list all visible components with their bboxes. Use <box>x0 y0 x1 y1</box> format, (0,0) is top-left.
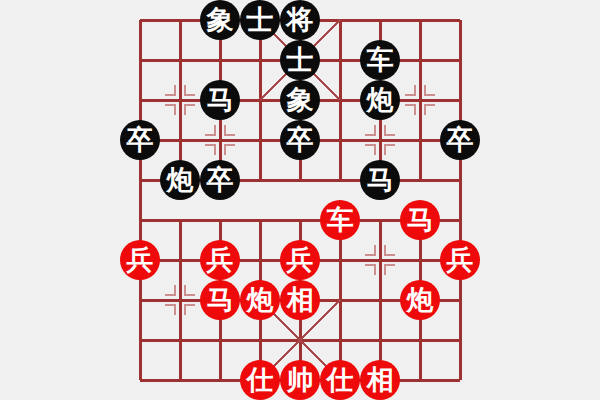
board-point: 相 <box>280 280 320 320</box>
board-point <box>160 80 200 120</box>
piece-red-general[interactable]: 帅 <box>280 360 320 400</box>
board-point: 仕 <box>240 360 280 400</box>
board-point <box>120 200 160 240</box>
board-point <box>440 320 480 360</box>
board-point: 兵 <box>120 240 160 280</box>
board-point <box>200 120 240 160</box>
piece-black-general[interactable]: 将 <box>280 0 320 40</box>
board-point <box>360 0 400 40</box>
board-point: 炮 <box>160 160 200 200</box>
piece-black-cannon[interactable]: 炮 <box>160 160 200 200</box>
piece-black-horse[interactable]: 马 <box>360 160 400 200</box>
piece-black-advisor[interactable]: 士 <box>280 40 320 80</box>
board-point <box>240 120 280 160</box>
board-point <box>240 160 280 200</box>
board-point <box>440 0 480 40</box>
board-point <box>320 0 360 40</box>
board-point <box>360 280 400 320</box>
board-point <box>400 120 440 160</box>
board-point <box>160 240 200 280</box>
piece-black-pawn[interactable]: 卒 <box>120 120 160 160</box>
board-point <box>160 120 200 160</box>
board-point: 象 <box>280 80 320 120</box>
board-point: 士 <box>280 40 320 80</box>
board-point <box>360 200 400 240</box>
board-point: 兵 <box>280 240 320 280</box>
board-point <box>440 40 480 80</box>
piece-black-pawn[interactable]: 卒 <box>440 120 480 160</box>
board-point <box>320 240 360 280</box>
board-point: 马 <box>200 280 240 320</box>
board-point <box>280 200 320 240</box>
piece-black-pawn[interactable]: 卒 <box>200 160 240 200</box>
piece-red-pawn[interactable]: 兵 <box>120 240 160 280</box>
piece-red-horse[interactable]: 马 <box>200 280 240 320</box>
piece-red-pawn[interactable]: 兵 <box>280 240 320 280</box>
board-point: 马 <box>400 200 440 240</box>
piece-black-advisor[interactable]: 士 <box>240 0 280 40</box>
board-point: 卒 <box>440 120 480 160</box>
board-point: 炮 <box>360 80 400 120</box>
board-point <box>200 360 240 400</box>
board-point <box>400 240 440 280</box>
board-point <box>440 360 480 400</box>
board-point <box>400 320 440 360</box>
board-point: 兵 <box>200 240 240 280</box>
board-point <box>160 0 200 40</box>
board-point <box>120 280 160 320</box>
board-point <box>280 160 320 200</box>
board-point: 帅 <box>280 360 320 400</box>
piece-red-rook[interactable]: 车 <box>320 200 360 240</box>
board-point: 将 <box>280 0 320 40</box>
board-point: 马 <box>360 160 400 200</box>
piece-red-elephant[interactable]: 相 <box>280 280 320 320</box>
piece-red-cannon[interactable]: 炮 <box>240 280 280 320</box>
board-point <box>120 320 160 360</box>
board-point <box>440 200 480 240</box>
board-point: 炮 <box>240 280 280 320</box>
board-point <box>280 320 320 360</box>
piece-red-cannon[interactable]: 炮 <box>400 280 440 320</box>
board-point: 兵 <box>440 240 480 280</box>
board-point: 卒 <box>200 160 240 200</box>
piece-black-rook[interactable]: 车 <box>360 40 400 80</box>
board-point: 士 <box>240 0 280 40</box>
xiangqi-board-grid: 象士将士车马象炮卒卒卒炮卒马车马兵兵兵兵马炮相炮仕帅仕相 <box>120 0 480 400</box>
board-point <box>120 80 160 120</box>
board-point <box>120 160 160 200</box>
board-point <box>400 0 440 40</box>
board-point <box>160 40 200 80</box>
board-point <box>160 360 200 400</box>
board-point <box>400 160 440 200</box>
piece-red-advisor[interactable]: 仕 <box>240 360 280 400</box>
piece-red-pawn[interactable]: 兵 <box>440 240 480 280</box>
board-point: 相 <box>360 360 400 400</box>
piece-black-horse[interactable]: 马 <box>200 80 240 120</box>
board-point <box>320 320 360 360</box>
piece-black-pawn[interactable]: 卒 <box>280 120 320 160</box>
board-point: 仕 <box>320 360 360 400</box>
board-point <box>360 120 400 160</box>
board-point <box>240 240 280 280</box>
board-point <box>440 160 480 200</box>
board-point <box>160 280 200 320</box>
piece-black-cannon[interactable]: 炮 <box>360 80 400 120</box>
board-point <box>400 80 440 120</box>
board-point <box>320 40 360 80</box>
board-point <box>240 320 280 360</box>
piece-black-elephant[interactable]: 象 <box>200 0 240 40</box>
board-point <box>320 80 360 120</box>
board-point <box>400 40 440 80</box>
board-point: 象 <box>200 0 240 40</box>
board-point <box>120 360 160 400</box>
piece-red-elephant[interactable]: 相 <box>360 360 400 400</box>
board-point <box>320 280 360 320</box>
board-point: 卒 <box>120 120 160 160</box>
board-point <box>360 240 400 280</box>
board-point <box>360 320 400 360</box>
board-point: 车 <box>320 200 360 240</box>
board-point <box>200 200 240 240</box>
board-point: 炮 <box>400 280 440 320</box>
board-point <box>240 200 280 240</box>
board-point <box>320 160 360 200</box>
board-point <box>160 200 200 240</box>
board-point <box>240 80 280 120</box>
board-point <box>120 0 160 40</box>
piece-red-horse[interactable]: 马 <box>400 200 440 240</box>
board-point <box>440 80 480 120</box>
board-point: 卒 <box>280 120 320 160</box>
piece-red-advisor[interactable]: 仕 <box>320 360 360 400</box>
board-point <box>440 280 480 320</box>
board-point <box>120 40 160 80</box>
piece-black-elephant[interactable]: 象 <box>280 80 320 120</box>
board-point <box>400 360 440 400</box>
board-point <box>200 40 240 80</box>
board-point <box>160 320 200 360</box>
board-point: 车 <box>360 40 400 80</box>
board-point: 马 <box>200 80 240 120</box>
board-point <box>200 320 240 360</box>
xiangqi-board-screen: 象士将士车马象炮卒卒卒炮卒马车马兵兵兵兵马炮相炮仕帅仕相 <box>0 0 600 400</box>
board-point <box>240 40 280 80</box>
board-point <box>320 120 360 160</box>
piece-red-pawn[interactable]: 兵 <box>200 240 240 280</box>
